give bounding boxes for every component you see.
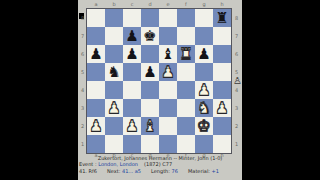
square-c8[interactable] <box>123 9 141 27</box>
square-g3[interactable]: ♞ <box>195 99 213 117</box>
rank-label-2: 2 <box>80 117 85 135</box>
rank-label-8: 8 <box>234 9 239 27</box>
square-a1[interactable] <box>87 135 105 153</box>
square-h5[interactable] <box>213 63 231 81</box>
material-label: Material: <box>188 168 212 174</box>
rank-label-4: 4 <box>80 81 85 99</box>
board: ♜♟♚♟♟♝♜♟♞♟♟♟♟♞♟♟♟♝♚ <box>86 8 232 154</box>
square-b8[interactable] <box>105 9 123 27</box>
square-c1[interactable] <box>123 135 141 153</box>
rank-label-7: 7 <box>234 27 239 45</box>
next-label: Next: <box>107 168 122 174</box>
square-b5[interactable]: ♞ <box>105 63 123 81</box>
caption: Zukertort, Johannes Hermann -- Minter, J… <box>79 156 241 174</box>
rank-label-8: 8 <box>80 9 85 27</box>
square-h4[interactable] <box>213 81 231 99</box>
file-label-c: c <box>123 2 141 7</box>
square-d1[interactable] <box>141 135 159 153</box>
square-f2[interactable] <box>177 117 195 135</box>
square-a6[interactable]: ♟ <box>87 45 105 63</box>
file-label-d: d <box>141 2 159 7</box>
rank-label-6: 6 <box>234 45 239 63</box>
square-b1[interactable] <box>105 135 123 153</box>
piece-black-pawn: ♟ <box>89 45 102 63</box>
square-d5[interactable]: ♟ <box>141 63 159 81</box>
square-a7[interactable] <box>87 27 105 45</box>
square-f4[interactable] <box>177 81 195 99</box>
square-g4[interactable]: ♟ <box>195 81 213 99</box>
piece-white-pawn: ♟ <box>125 117 138 135</box>
square-f3[interactable] <box>177 99 195 117</box>
square-g8[interactable] <box>195 9 213 27</box>
chess-panel: abcdefgh abcdefgh 87654321 87654321 ♜♟♚♟… <box>78 0 242 180</box>
square-b7[interactable] <box>105 27 123 45</box>
move-status-line: 41. Rf6 Next: 41... a5 Length: 76 Materi… <box>79 169 241 175</box>
rank-label-1: 1 <box>234 135 239 153</box>
file-label-g: g <box>195 2 213 7</box>
square-d8[interactable] <box>141 9 159 27</box>
square-c5[interactable] <box>123 63 141 81</box>
file-label-b: b <box>105 2 123 7</box>
square-e3[interactable] <box>159 99 177 117</box>
material-white-pawn-icon: ♙ <box>233 76 242 86</box>
square-f7[interactable] <box>177 27 195 45</box>
piece-black-pawn: ♟ <box>197 45 210 63</box>
square-e2[interactable] <box>159 117 177 135</box>
square-c7[interactable]: ♟ <box>123 27 141 45</box>
square-h3[interactable]: ♟ <box>213 99 231 117</box>
length-value: 76 <box>172 168 178 174</box>
square-h2[interactable] <box>213 117 231 135</box>
square-h6[interactable] <box>213 45 231 63</box>
square-e6[interactable]: ♝ <box>159 45 177 63</box>
square-e5[interactable]: ♟ <box>159 63 177 81</box>
left-black-bar <box>0 0 78 180</box>
rank-label-1: 1 <box>80 135 85 153</box>
square-d4[interactable] <box>141 81 159 99</box>
square-c6[interactable]: ♟ <box>123 45 141 63</box>
square-e4[interactable] <box>159 81 177 99</box>
piece-black-king: ♚ <box>143 27 156 45</box>
file-label-h: h <box>213 2 231 7</box>
move-played: 41. Rf6 <box>79 169 97 175</box>
piece-white-pawn: ♟ <box>107 99 120 117</box>
file-label-a: a <box>87 2 105 7</box>
square-c3[interactable] <box>123 99 141 117</box>
square-h7[interactable] <box>213 27 231 45</box>
next-move: 41... a5 <box>122 168 141 174</box>
piece-white-pawn: ♟ <box>161 63 174 81</box>
square-f5[interactable] <box>177 63 195 81</box>
piece-black-pawn: ♟ <box>125 45 138 63</box>
file-label-e: e <box>159 2 177 7</box>
rank-label-3: 3 <box>234 99 239 117</box>
piece-white-pawn: ♟ <box>89 117 102 135</box>
square-a8[interactable] <box>87 9 105 27</box>
length-group: Length: 76 <box>151 169 178 175</box>
rank-label-6: 6 <box>80 45 85 63</box>
event-detail: (1872) C77 <box>144 161 172 167</box>
event-label: Event : <box>79 161 98 167</box>
square-e1[interactable] <box>159 135 177 153</box>
piece-black-pawn: ♟ <box>125 27 138 45</box>
video-frame: abcdefgh abcdefgh 87654321 87654321 ♜♟♚♟… <box>0 0 320 180</box>
piece-black-rook: ♜ <box>215 9 228 27</box>
square-c4[interactable] <box>123 81 141 99</box>
square-g2[interactable]: ♚ <box>195 117 213 135</box>
rank-label-3: 3 <box>80 99 85 117</box>
piece-white-knight: ♞ <box>197 99 210 117</box>
length-label: Length: <box>151 168 172 174</box>
piece-black-pawn: ♟ <box>143 63 156 81</box>
rank-label-5: 5 <box>80 63 85 81</box>
square-f1[interactable] <box>177 135 195 153</box>
square-g1[interactable] <box>195 135 213 153</box>
piece-black-knight: ♞ <box>107 63 120 81</box>
square-g7[interactable] <box>195 27 213 45</box>
square-a4[interactable] <box>87 81 105 99</box>
square-b6[interactable] <box>105 45 123 63</box>
square-f8[interactable] <box>177 9 195 27</box>
material-group: Material: +1 <box>188 169 219 175</box>
square-e8[interactable] <box>159 9 177 27</box>
piece-white-rook: ♜ <box>179 45 192 63</box>
right-black-bar <box>242 0 320 180</box>
square-d2[interactable]: ♝ <box>141 117 159 135</box>
file-label-f: f <box>177 2 195 7</box>
square-b4[interactable] <box>105 81 123 99</box>
square-g6[interactable]: ♟ <box>195 45 213 63</box>
square-g5[interactable] <box>195 63 213 81</box>
square-a3[interactable] <box>87 99 105 117</box>
piece-black-bishop: ♝ <box>161 45 174 63</box>
event-site-link[interactable]: London, London <box>98 161 138 167</box>
piece-white-king: ♚ <box>197 117 210 135</box>
square-d3[interactable] <box>141 99 159 117</box>
square-d6[interactable] <box>141 45 159 63</box>
square-h1[interactable] <box>213 135 231 153</box>
file-labels-top: abcdefgh <box>87 2 231 7</box>
square-a2[interactable]: ♟ <box>87 117 105 135</box>
square-d7[interactable]: ♚ <box>141 27 159 45</box>
square-c2[interactable]: ♟ <box>123 117 141 135</box>
next-move-group: Next: 41... a5 <box>107 169 141 175</box>
rank-labels-left: 87654321 <box>80 9 85 153</box>
piece-white-pawn: ♟ <box>197 81 210 99</box>
rank-label-7: 7 <box>80 27 85 45</box>
piece-white-bishop: ♝ <box>143 117 156 135</box>
square-b2[interactable] <box>105 117 123 135</box>
piece-white-pawn: ♟ <box>215 99 228 117</box>
square-h8[interactable]: ♜ <box>213 9 231 27</box>
square-a5[interactable] <box>87 63 105 81</box>
rank-label-2: 2 <box>234 117 239 135</box>
square-f6[interactable]: ♜ <box>177 45 195 63</box>
square-b3[interactable]: ♟ <box>105 99 123 117</box>
square-e7[interactable] <box>159 27 177 45</box>
material-value: +1 <box>212 168 219 174</box>
